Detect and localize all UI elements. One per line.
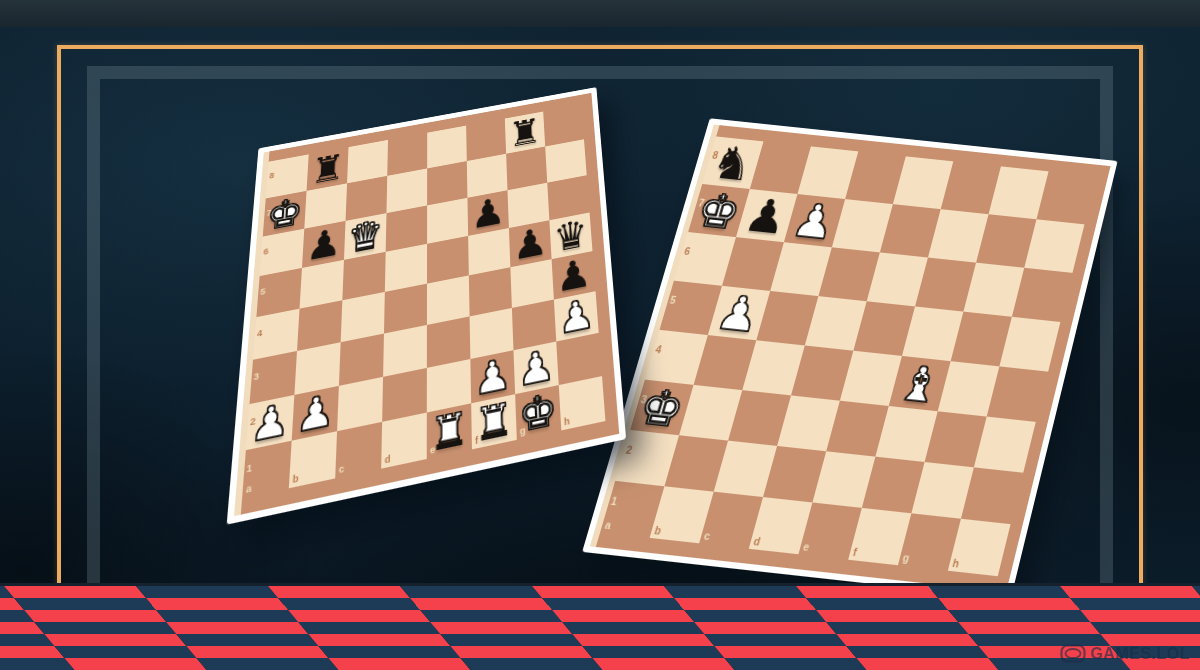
file-label-h: h bbox=[564, 416, 570, 427]
square-b1[interactable]: b bbox=[289, 431, 337, 488]
file-label-a: a bbox=[604, 520, 613, 531]
file-label-e: e bbox=[802, 542, 810, 553]
rank-label-3: 3 bbox=[253, 371, 259, 382]
file-label-a: a bbox=[246, 484, 252, 496]
rank-label-6: 6 bbox=[683, 247, 691, 257]
square-h1[interactable]: h bbox=[559, 376, 606, 430]
square-f1[interactable]: f♜ bbox=[471, 394, 517, 449]
top-dark-band bbox=[0, 0, 1200, 27]
rank-label-8: 8 bbox=[711, 151, 719, 161]
rank-label-3: 3 bbox=[640, 395, 648, 406]
rank-label-5: 5 bbox=[260, 287, 266, 297]
rank-label-7: 7 bbox=[697, 199, 705, 209]
checkered-floor bbox=[0, 583, 1200, 670]
floor-stripe-columns bbox=[0, 586, 1200, 670]
file-label-b: b bbox=[653, 526, 662, 537]
rank-label-2: 2 bbox=[625, 445, 633, 456]
file-label-g: g bbox=[901, 553, 910, 564]
file-label-d: d bbox=[752, 537, 761, 548]
rank-label-4: 4 bbox=[654, 345, 662, 356]
square-e1[interactable]: e♜ bbox=[427, 403, 472, 459]
watermark-label: GAMES.LOL bbox=[1090, 645, 1190, 663]
rank-label-8: 8 bbox=[269, 171, 274, 180]
rank-label-6: 6 bbox=[263, 247, 269, 256]
rank-label-5: 5 bbox=[669, 296, 677, 306]
promo-scene: 8♞7♚♟♟65♟4♝3♚21abcdefgh 8♜♜7♚6♟♛♟5♟♛4♟3♟… bbox=[0, 0, 1200, 670]
rank-label-4: 4 bbox=[257, 328, 263, 338]
rank-label-7: 7 bbox=[266, 208, 272, 217]
file-label-c: c bbox=[339, 464, 345, 475]
rank-label-1: 1 bbox=[246, 463, 252, 474]
watermark: GAMES.LOL bbox=[1060, 644, 1190, 663]
square-h8[interactable] bbox=[1036, 171, 1096, 224]
square-a1[interactable]: 1a bbox=[242, 441, 292, 499]
square-h7[interactable] bbox=[1024, 219, 1084, 273]
rank-label-1: 1 bbox=[610, 496, 618, 507]
file-label-d: d bbox=[384, 454, 390, 465]
file-label-g: g bbox=[520, 426, 526, 437]
square-g1[interactable]: g♚ bbox=[515, 385, 561, 440]
square-h6[interactable] bbox=[1012, 268, 1073, 322]
games-lol-badge-icon bbox=[1060, 644, 1086, 663]
square-d1[interactable]: d bbox=[381, 413, 427, 469]
file-label-f: f bbox=[475, 436, 478, 447]
file-label-b: b bbox=[292, 474, 299, 486]
file-label-c: c bbox=[703, 531, 711, 542]
square-c1[interactable]: c bbox=[335, 422, 382, 479]
rank-label-2: 2 bbox=[250, 416, 256, 427]
file-label-e: e bbox=[430, 445, 435, 456]
file-label-f: f bbox=[852, 548, 858, 559]
board-margin: 8♜♜7♚6♟♛♟5♟♛4♟3♟2♟♟♟♟1abcde♜f♜g♚h bbox=[234, 93, 619, 516]
file-label-h: h bbox=[951, 559, 960, 570]
chessboard-left: 8♜♜7♚6♟♛♟5♟♛4♟3♟2♟♟♟♟1abcde♜f♜g♚h bbox=[242, 105, 605, 499]
